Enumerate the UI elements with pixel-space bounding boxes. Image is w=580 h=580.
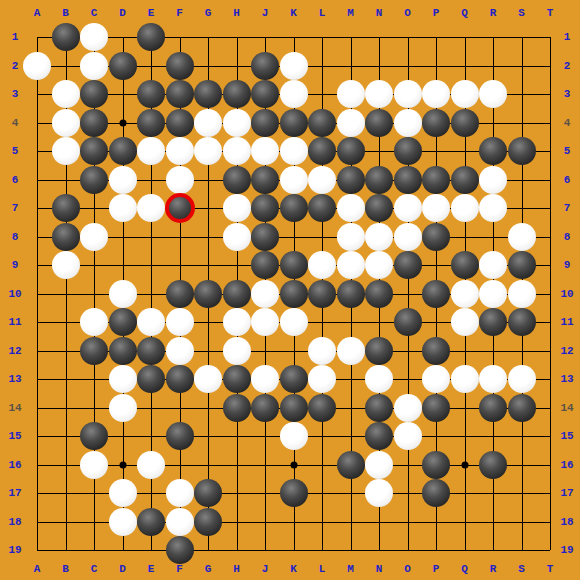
- black-stone-J9: [251, 251, 279, 279]
- black-stone-O9: [394, 251, 422, 279]
- white-stone-K2: [280, 52, 308, 80]
- black-stone-N10: [365, 280, 393, 308]
- black-stone-P12: [422, 337, 450, 365]
- coord-label-right: 10: [560, 288, 573, 299]
- black-stone-B8: [52, 223, 80, 251]
- black-stone-P14: [422, 394, 450, 422]
- coord-label-right: 2: [564, 60, 571, 71]
- white-stone-D14: [109, 394, 137, 422]
- black-stone-F15: [166, 422, 194, 450]
- coord-label-left: 2: [12, 60, 19, 71]
- white-stone-G13: [194, 365, 222, 393]
- coord-label-bottom: G: [205, 564, 212, 575]
- coord-label-top: K: [290, 8, 297, 19]
- black-stone-L5: [308, 137, 336, 165]
- white-stone-R7: [479, 194, 507, 222]
- black-stone-K10: [280, 280, 308, 308]
- coord-label-right: 9: [564, 260, 571, 271]
- coord-label-top: N: [376, 8, 383, 19]
- coord-label-left: 17: [8, 488, 21, 499]
- white-stone-F12: [166, 337, 194, 365]
- coord-label-left: 16: [8, 459, 21, 470]
- white-stone-H5: [223, 137, 251, 165]
- coord-label-top: O: [404, 8, 411, 19]
- white-stone-J5: [251, 137, 279, 165]
- coord-label-top: M: [347, 8, 354, 19]
- coord-label-right: 13: [560, 374, 573, 385]
- coord-label-right: 12: [560, 345, 573, 356]
- white-stone-D10: [109, 280, 137, 308]
- white-stone-K15: [280, 422, 308, 450]
- coord-label-top: D: [119, 8, 126, 19]
- coord-label-top: P: [433, 8, 440, 19]
- white-stone-O7: [394, 194, 422, 222]
- black-stone-P6: [422, 166, 450, 194]
- white-stone-D13: [109, 365, 137, 393]
- white-stone-H11: [223, 308, 251, 336]
- white-stone-H12: [223, 337, 251, 365]
- coord-label-left: 5: [12, 146, 19, 157]
- coord-label-bottom: H: [233, 564, 240, 575]
- white-stone-K6: [280, 166, 308, 194]
- coord-label-bottom: D: [119, 564, 126, 575]
- coord-label-bottom: E: [148, 564, 155, 575]
- white-stone-M4: [337, 109, 365, 137]
- white-stone-F6: [166, 166, 194, 194]
- black-stone-E12: [137, 337, 165, 365]
- white-stone-R6: [479, 166, 507, 194]
- black-stone-K7: [280, 194, 308, 222]
- white-stone-K5: [280, 137, 308, 165]
- white-stone-F5: [166, 137, 194, 165]
- coord-label-right: 15: [560, 431, 573, 442]
- black-stone-J4: [251, 109, 279, 137]
- black-stone-C3: [80, 80, 108, 108]
- black-stone-S5: [508, 137, 536, 165]
- black-stone-F4: [166, 109, 194, 137]
- white-stone-M8: [337, 223, 365, 251]
- white-stone-S8: [508, 223, 536, 251]
- coord-label-right: 16: [560, 459, 573, 470]
- grid-line-horizontal: [37, 550, 550, 551]
- white-stone-M3: [337, 80, 365, 108]
- white-stone-F11: [166, 308, 194, 336]
- white-stone-B5: [52, 137, 80, 165]
- black-stone-P16: [422, 451, 450, 479]
- coord-label-left: 13: [8, 374, 21, 385]
- coord-label-bottom: P: [433, 564, 440, 575]
- black-stone-E4: [137, 109, 165, 137]
- black-stone-G17: [194, 479, 222, 507]
- coord-label-left: 1: [12, 32, 19, 43]
- coord-label-top: T: [547, 8, 554, 19]
- white-stone-P7: [422, 194, 450, 222]
- black-stone-D12: [109, 337, 137, 365]
- white-stone-C8: [80, 223, 108, 251]
- white-stone-F18: [166, 508, 194, 536]
- coord-label-right: 17: [560, 488, 573, 499]
- white-stone-H7: [223, 194, 251, 222]
- white-stone-O15: [394, 422, 422, 450]
- white-stone-F17: [166, 479, 194, 507]
- black-stone-Q4: [451, 109, 479, 137]
- black-stone-H3: [223, 80, 251, 108]
- coord-label-left: 8: [12, 231, 19, 242]
- white-stone-H4: [223, 109, 251, 137]
- white-stone-O4: [394, 109, 422, 137]
- white-stone-S10: [508, 280, 536, 308]
- white-stone-Q3: [451, 80, 479, 108]
- coord-label-bottom: S: [518, 564, 525, 575]
- white-stone-C11: [80, 308, 108, 336]
- black-stone-J2: [251, 52, 279, 80]
- go-board-screenshot: AABBCCDDEEFFGGHHJJKKLLMMNNOOPPQQRRSSTT11…: [0, 0, 580, 580]
- white-stone-Q11: [451, 308, 479, 336]
- coord-label-left: 7: [12, 203, 19, 214]
- black-stone-J8: [251, 223, 279, 251]
- black-stone-R14: [479, 394, 507, 422]
- black-stone-K14: [280, 394, 308, 422]
- white-stone-K3: [280, 80, 308, 108]
- white-stone-J10: [251, 280, 279, 308]
- coord-label-right: 1: [564, 32, 571, 43]
- black-stone-N6: [365, 166, 393, 194]
- white-stone-E16: [137, 451, 165, 479]
- coord-label-bottom: R: [490, 564, 497, 575]
- black-stone-L14: [308, 394, 336, 422]
- black-stone-C15: [80, 422, 108, 450]
- black-stone-H6: [223, 166, 251, 194]
- black-stone-Q6: [451, 166, 479, 194]
- coord-label-top: C: [91, 8, 98, 19]
- coord-label-bottom: A: [34, 564, 41, 575]
- black-stone-J14: [251, 394, 279, 422]
- coord-label-top: S: [518, 8, 525, 19]
- black-stone-C12: [80, 337, 108, 365]
- white-stone-Q13: [451, 365, 479, 393]
- white-stone-G5: [194, 137, 222, 165]
- white-stone-O3: [394, 80, 422, 108]
- black-stone-J7: [251, 194, 279, 222]
- black-stone-M6: [337, 166, 365, 194]
- coord-label-top: F: [176, 8, 183, 19]
- hoshi-point: [119, 119, 126, 126]
- white-stone-D18: [109, 508, 137, 536]
- coord-label-top: E: [148, 8, 155, 19]
- coord-label-left: 4: [12, 117, 19, 128]
- hoshi-point: [461, 461, 468, 468]
- coord-label-top: A: [34, 8, 41, 19]
- coord-label-right: 6: [564, 174, 571, 185]
- white-stone-H8: [223, 223, 251, 251]
- hoshi-point: [290, 461, 297, 468]
- black-stone-R16: [479, 451, 507, 479]
- white-stone-M12: [337, 337, 365, 365]
- black-stone-G18: [194, 508, 222, 536]
- black-stone-K13: [280, 365, 308, 393]
- white-stone-E11: [137, 308, 165, 336]
- coord-label-right: 18: [560, 516, 573, 527]
- white-stone-N17: [365, 479, 393, 507]
- black-stone-N12: [365, 337, 393, 365]
- white-stone-C2: [80, 52, 108, 80]
- black-stone-E18: [137, 508, 165, 536]
- coord-label-right: 8: [564, 231, 571, 242]
- black-stone-P10: [422, 280, 450, 308]
- black-stone-G3: [194, 80, 222, 108]
- white-stone-B3: [52, 80, 80, 108]
- black-stone-E13: [137, 365, 165, 393]
- black-stone-F2: [166, 52, 194, 80]
- black-stone-M16: [337, 451, 365, 479]
- black-stone-O6: [394, 166, 422, 194]
- black-stone-D5: [109, 137, 137, 165]
- coord-label-right: 14: [560, 402, 573, 413]
- white-stone-G4: [194, 109, 222, 137]
- grid-line-vertical: [550, 37, 551, 550]
- white-stone-K11: [280, 308, 308, 336]
- black-stone-F13: [166, 365, 194, 393]
- white-stone-O14: [394, 394, 422, 422]
- coord-label-left: 12: [8, 345, 21, 356]
- black-stone-R5: [479, 137, 507, 165]
- coord-label-bottom: J: [262, 564, 269, 575]
- white-stone-S13: [508, 365, 536, 393]
- white-stone-M9: [337, 251, 365, 279]
- black-stone-M10: [337, 280, 365, 308]
- coord-label-right: 11: [560, 317, 573, 328]
- black-stone-S14: [508, 394, 536, 422]
- black-stone-J3: [251, 80, 279, 108]
- black-stone-H14: [223, 394, 251, 422]
- white-stone-P3: [422, 80, 450, 108]
- coord-label-bottom: T: [547, 564, 554, 575]
- coord-label-right: 5: [564, 146, 571, 157]
- coord-label-bottom: B: [62, 564, 69, 575]
- black-stone-J6: [251, 166, 279, 194]
- hoshi-point: [119, 461, 126, 468]
- white-stone-N8: [365, 223, 393, 251]
- black-stone-F10: [166, 280, 194, 308]
- black-stone-P17: [422, 479, 450, 507]
- white-stone-R10: [479, 280, 507, 308]
- white-stone-D7: [109, 194, 137, 222]
- black-stone-M5: [337, 137, 365, 165]
- black-stone-K9: [280, 251, 308, 279]
- white-stone-D6: [109, 166, 137, 194]
- coord-label-left: 14: [8, 402, 21, 413]
- coord-label-left: 10: [8, 288, 21, 299]
- white-stone-N16: [365, 451, 393, 479]
- black-stone-P4: [422, 109, 450, 137]
- black-stone-S9: [508, 251, 536, 279]
- black-stone-N14: [365, 394, 393, 422]
- white-stone-C16: [80, 451, 108, 479]
- black-stone-D11: [109, 308, 137, 336]
- coord-label-left: 9: [12, 260, 19, 271]
- coord-label-top: B: [62, 8, 69, 19]
- coord-label-right: 19: [560, 545, 573, 556]
- black-stone-F19: [166, 536, 194, 564]
- black-stone-D2: [109, 52, 137, 80]
- black-stone-G10: [194, 280, 222, 308]
- black-stone-B1: [52, 23, 80, 51]
- white-stone-N3: [365, 80, 393, 108]
- coord-label-bottom: C: [91, 564, 98, 575]
- black-stone-C5: [80, 137, 108, 165]
- coord-label-left: 3: [12, 89, 19, 100]
- coord-label-left: 18: [8, 516, 21, 527]
- black-stone-N4: [365, 109, 393, 137]
- black-stone-C4: [80, 109, 108, 137]
- black-stone-N15: [365, 422, 393, 450]
- white-stone-B4: [52, 109, 80, 137]
- black-stone-N7: [365, 194, 393, 222]
- last-move-marker: [165, 193, 195, 223]
- coord-label-bottom: L: [319, 564, 326, 575]
- black-stone-E3: [137, 80, 165, 108]
- white-stone-R3: [479, 80, 507, 108]
- black-stone-F3: [166, 80, 194, 108]
- black-stone-B7: [52, 194, 80, 222]
- white-stone-R13: [479, 365, 507, 393]
- white-stone-P13: [422, 365, 450, 393]
- black-stone-C6: [80, 166, 108, 194]
- coord-label-left: 11: [8, 317, 21, 328]
- white-stone-O8: [394, 223, 422, 251]
- coord-label-bottom: N: [376, 564, 383, 575]
- white-stone-J13: [251, 365, 279, 393]
- white-stone-N9: [365, 251, 393, 279]
- coord-label-bottom: K: [290, 564, 297, 575]
- coord-label-top: L: [319, 8, 326, 19]
- coord-label-top: J: [262, 8, 269, 19]
- black-stone-H10: [223, 280, 251, 308]
- black-stone-Q9: [451, 251, 479, 279]
- white-stone-L12: [308, 337, 336, 365]
- coord-label-top: H: [233, 8, 240, 19]
- white-stone-Q7: [451, 194, 479, 222]
- black-stone-O5: [394, 137, 422, 165]
- white-stone-L13: [308, 365, 336, 393]
- white-stone-J11: [251, 308, 279, 336]
- white-stone-D17: [109, 479, 137, 507]
- white-stone-E7: [137, 194, 165, 222]
- white-stone-R9: [479, 251, 507, 279]
- black-stone-K17: [280, 479, 308, 507]
- black-stone-L10: [308, 280, 336, 308]
- coord-label-right: 7: [564, 203, 571, 214]
- coord-label-right: 3: [564, 89, 571, 100]
- black-stone-L4: [308, 109, 336, 137]
- black-stone-O11: [394, 308, 422, 336]
- coord-label-bottom: M: [347, 564, 354, 575]
- coord-label-bottom: F: [176, 564, 183, 575]
- white-stone-C1: [80, 23, 108, 51]
- coord-label-left: 6: [12, 174, 19, 185]
- coord-label-left: 15: [8, 431, 21, 442]
- black-stone-L7: [308, 194, 336, 222]
- white-stone-L9: [308, 251, 336, 279]
- coord-label-left: 19: [8, 545, 21, 556]
- white-stone-B9: [52, 251, 80, 279]
- coord-label-bottom: Q: [461, 564, 468, 575]
- black-stone-K4: [280, 109, 308, 137]
- white-stone-Q10: [451, 280, 479, 308]
- coord-label-top: R: [490, 8, 497, 19]
- black-stone-R11: [479, 308, 507, 336]
- coord-label-top: Q: [461, 8, 468, 19]
- coord-label-bottom: O: [404, 564, 411, 575]
- coord-label-right: 4: [564, 117, 571, 128]
- black-stone-E1: [137, 23, 165, 51]
- black-stone-S11: [508, 308, 536, 336]
- white-stone-M7: [337, 194, 365, 222]
- white-stone-E5: [137, 137, 165, 165]
- white-stone-N13: [365, 365, 393, 393]
- white-stone-A2: [23, 52, 51, 80]
- black-stone-H13: [223, 365, 251, 393]
- coord-label-top: G: [205, 8, 212, 19]
- black-stone-P8: [422, 223, 450, 251]
- white-stone-L6: [308, 166, 336, 194]
